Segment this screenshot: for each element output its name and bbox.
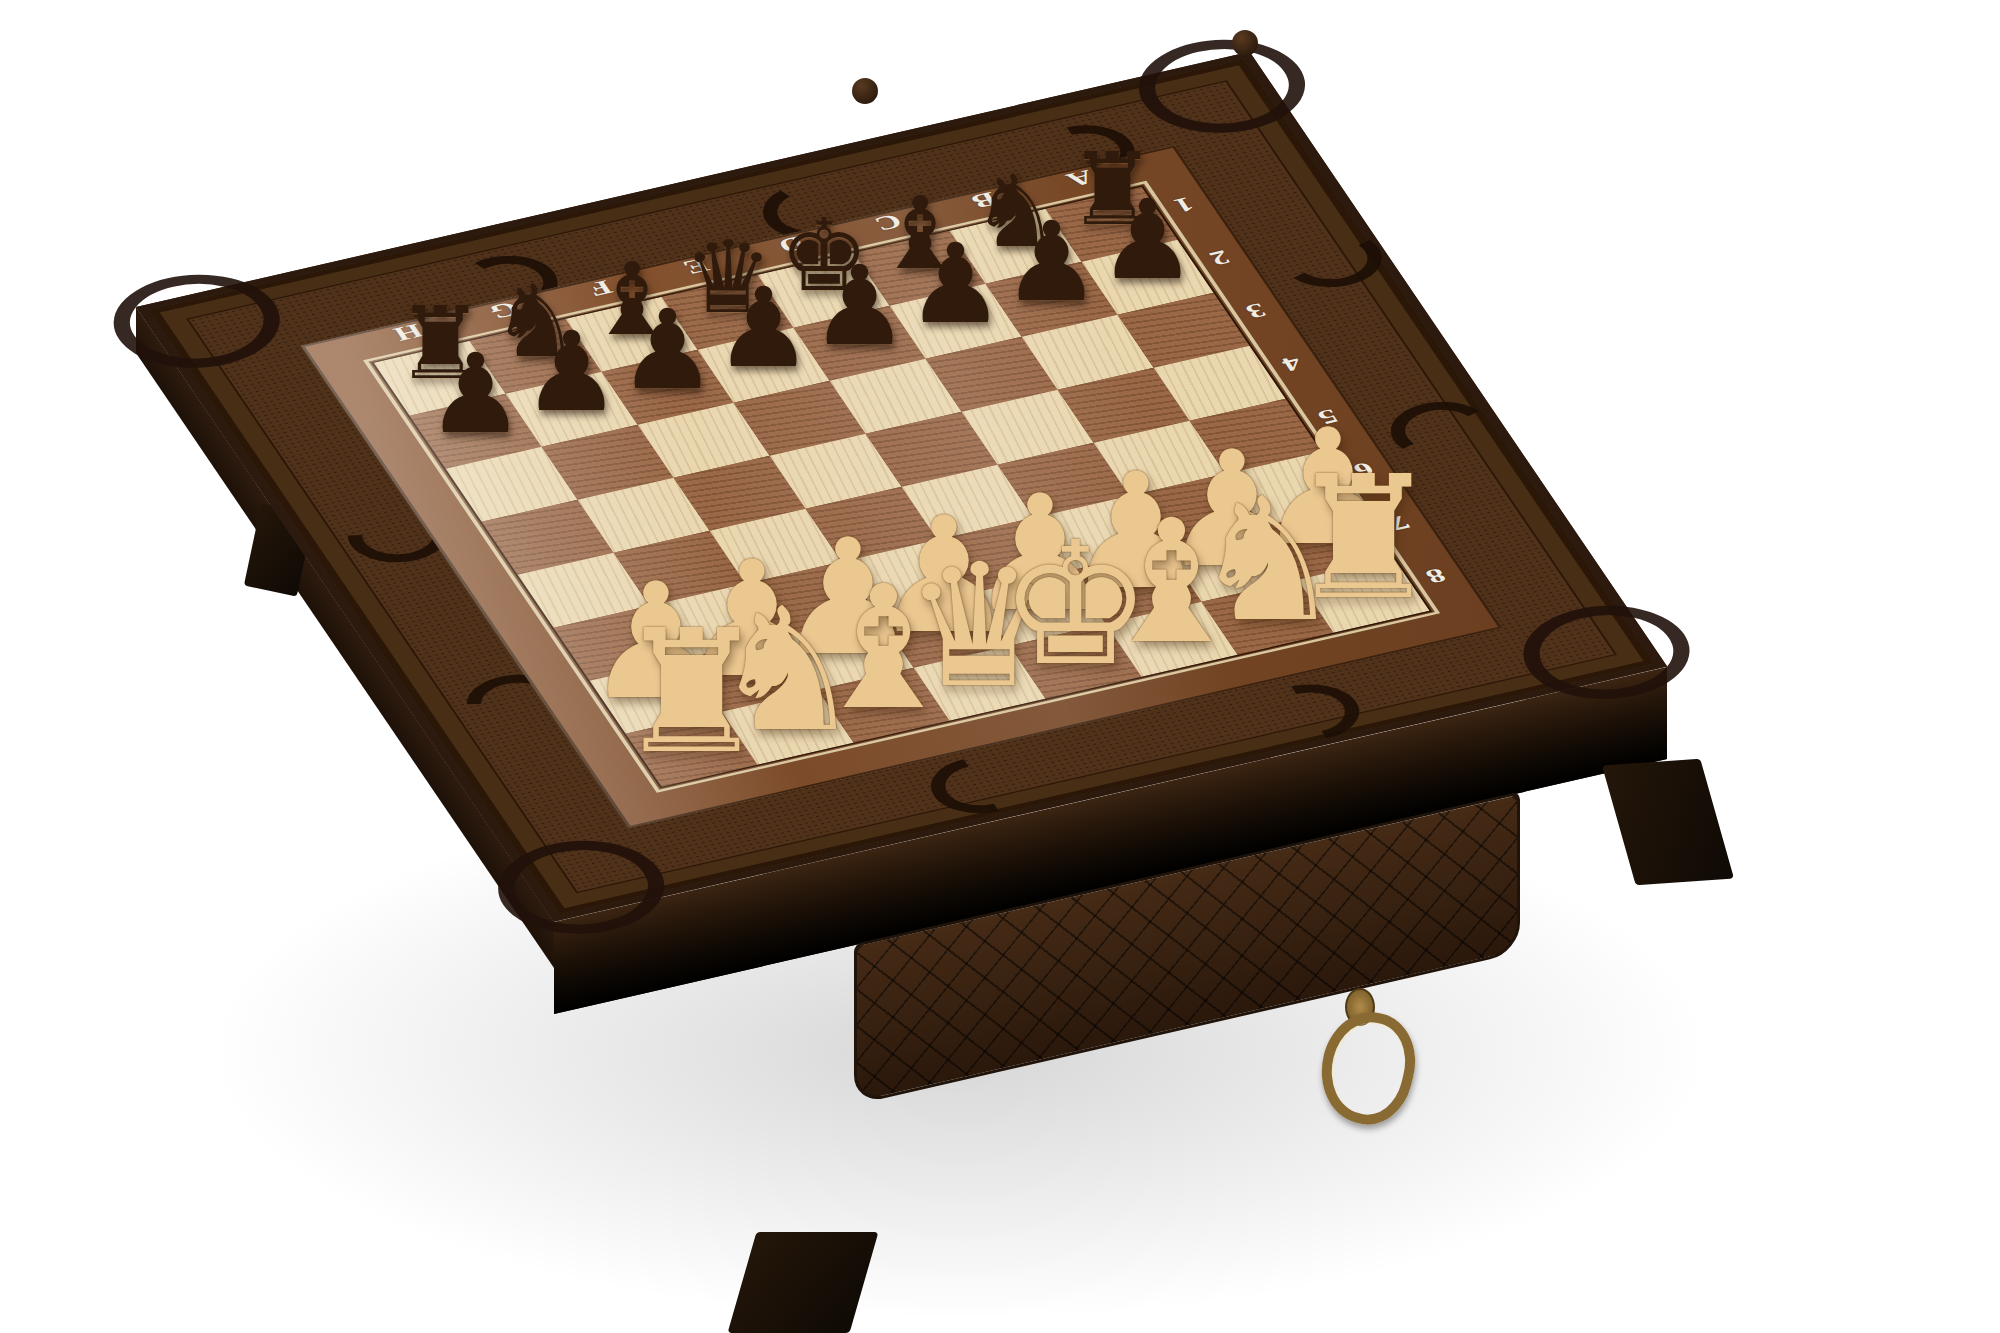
- pieces-layer: ♜♞♝♛♚♝♞♜♟♟♟♟♟♟♟♟♟♟♟♟♟♟♟♟♜♞♝♛♚♝♞♜: [0, 0, 2000, 1333]
- piece-dark-pawn-a2[interactable]: ♟: [1087, 185, 1208, 295]
- piece-light-rook-a8[interactable]: ♜: [1270, 453, 1457, 623]
- photo-stage: HGFEDCBA 12345678 ♜♞♝♛♚♝♞♜♟♟♟♟♟♟♟♟♟♟♟♟♟♟…: [0, 0, 2000, 1333]
